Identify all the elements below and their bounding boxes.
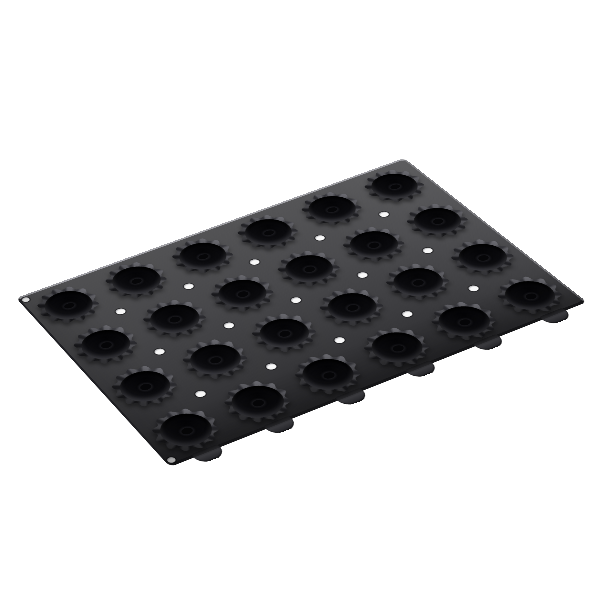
cavity-bottom bbox=[303, 266, 317, 274]
mould-cavity bbox=[394, 197, 481, 245]
vent-hole bbox=[377, 211, 390, 218]
mould-cavity bbox=[438, 232, 528, 282]
cavity-opening bbox=[111, 365, 179, 408]
mould-cavity bbox=[330, 220, 417, 269]
cavity-bottom bbox=[236, 290, 250, 298]
vent-hole bbox=[421, 247, 435, 255]
vent-hole bbox=[400, 310, 414, 318]
mould-cavity bbox=[131, 292, 219, 345]
mould-cavity bbox=[170, 332, 260, 387]
cavity-opening bbox=[300, 191, 364, 226]
cavity-bottom bbox=[345, 304, 359, 312]
cavity-fluted-collar bbox=[265, 244, 352, 294]
cavity-fluted-collar bbox=[131, 292, 219, 345]
cavity-fluted-collar bbox=[352, 163, 436, 209]
cavity-bottom bbox=[368, 242, 382, 250]
cavity-opening bbox=[73, 325, 139, 366]
cavity-opening bbox=[181, 339, 249, 380]
vent-hole bbox=[333, 336, 347, 344]
cavity-opening bbox=[384, 263, 452, 302]
cavity-bottom bbox=[168, 316, 182, 324]
mould-cavity bbox=[199, 268, 286, 320]
vent-hole bbox=[222, 321, 236, 329]
mould-cavity bbox=[26, 279, 111, 331]
cavity-opening bbox=[171, 238, 235, 275]
vent-hole bbox=[114, 308, 127, 316]
cavity-bottom bbox=[388, 183, 402, 190]
cavity-fluted-collar bbox=[160, 231, 245, 280]
vent-hole bbox=[153, 347, 167, 355]
vent-hole bbox=[264, 362, 278, 371]
cavity-fluted-collar bbox=[226, 208, 311, 256]
cavity-bottom bbox=[321, 371, 336, 380]
cavity-bottom bbox=[524, 292, 539, 300]
cavity-fluted-collar bbox=[373, 256, 463, 307]
cavity-bottom bbox=[476, 254, 490, 262]
cavity-bottom bbox=[278, 330, 293, 338]
vent-hole bbox=[290, 296, 304, 304]
baking-mould-tray bbox=[16, 158, 587, 467]
cavity-opening bbox=[36, 286, 100, 325]
cavity-fluted-collar bbox=[62, 318, 150, 372]
mould-cavity bbox=[290, 185, 375, 232]
vent-hole bbox=[182, 283, 195, 291]
cavity-opening bbox=[449, 239, 516, 277]
cavity-bottom bbox=[390, 344, 405, 353]
cavity-bottom bbox=[251, 398, 266, 407]
cavity-opening bbox=[341, 226, 407, 263]
cavity-bottom bbox=[412, 279, 426, 287]
cavity-fluted-collar bbox=[94, 255, 179, 306]
cavity-opening bbox=[142, 299, 208, 339]
mould-cavity bbox=[226, 208, 311, 256]
cavity-opening bbox=[363, 169, 427, 203]
mould-cavity bbox=[239, 306, 329, 360]
cavity-fluted-collar bbox=[330, 220, 417, 269]
cavity-bottom bbox=[179, 426, 194, 435]
vent-hole bbox=[314, 234, 327, 242]
cavity-bottom bbox=[99, 341, 113, 349]
cavity-fluted-collar bbox=[307, 281, 397, 334]
mould-cavity bbox=[62, 318, 150, 372]
cavity-fluted-collar bbox=[99, 358, 189, 415]
vent-hole bbox=[193, 389, 207, 398]
cavity-bottom bbox=[62, 302, 76, 310]
vent-hole bbox=[249, 258, 262, 266]
vent-hole bbox=[466, 284, 480, 292]
cavity-fluted-collar bbox=[199, 268, 286, 320]
cavity-opening bbox=[236, 214, 300, 250]
cavity-opening bbox=[104, 262, 168, 300]
cavity-bottom bbox=[130, 277, 144, 285]
cavity-fluted-collar bbox=[394, 197, 481, 245]
cavity-opening bbox=[251, 313, 319, 353]
mould-cavity bbox=[352, 163, 436, 209]
mould-cavity bbox=[265, 244, 352, 294]
cavity-bottom bbox=[458, 318, 473, 326]
cavity-opening bbox=[405, 203, 470, 239]
photo-background bbox=[0, 0, 597, 597]
cavity-fluted-collar bbox=[170, 332, 260, 387]
cavity-fluted-collar bbox=[26, 279, 111, 331]
cavity-bottom bbox=[138, 383, 153, 392]
cavity-opening bbox=[210, 274, 276, 313]
cavity-bottom bbox=[326, 206, 340, 213]
cavity-bottom bbox=[209, 356, 224, 365]
mould-cavity bbox=[99, 358, 189, 415]
cavity-bottom bbox=[431, 218, 445, 225]
cavity-fluted-collar bbox=[290, 185, 375, 232]
vent-hole bbox=[356, 271, 370, 279]
mould-cavity bbox=[307, 281, 397, 334]
cavity-bottom bbox=[262, 229, 276, 236]
mould-cavity bbox=[373, 256, 463, 307]
cavity-bottom bbox=[197, 253, 211, 261]
cavity-opening bbox=[276, 250, 342, 288]
cavity-fluted-collar bbox=[239, 306, 329, 360]
cavity-opening bbox=[318, 288, 386, 327]
mould-cavity bbox=[160, 231, 245, 280]
cavity-fluted-collar bbox=[438, 232, 528, 282]
mould-cavity bbox=[94, 255, 179, 306]
